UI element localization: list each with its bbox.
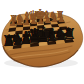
pieces-layer: ♜♞♝♛♚♝♞♜♟♟♟♟♟♟♟♟♟♟♟♟♟♟♟♟♜♞♝♛♚♝♞♜ bbox=[0, 0, 84, 84]
piece-bR[interactable]: ♜ bbox=[62, 27, 77, 42]
piece-wP[interactable]: ♟ bbox=[57, 15, 66, 24]
chess-set-photo: ♜♞♝♛♚♝♞♜♟♟♟♟♟♟♟♟♟♟♟♟♟♟♟♟♜♞♝♛♚♝♞♜ bbox=[0, 0, 84, 84]
